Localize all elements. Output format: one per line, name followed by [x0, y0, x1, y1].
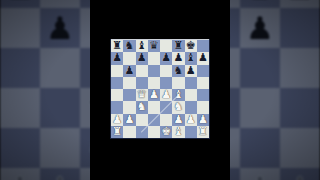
white-rook-piece: ♜ [198, 126, 208, 138]
square-e1[interactable]: ♚ [160, 126, 172, 138]
black-pawn-piece: ♟ [112, 52, 122, 64]
square-b4 [40, 88, 80, 128]
white-king-piece: ♚ [161, 126, 171, 138]
square-b4[interactable] [123, 89, 135, 101]
square-g5 [240, 48, 280, 88]
white-pawn-piece: ♟ [124, 114, 134, 126]
square-d1[interactable] [148, 126, 160, 138]
square-a5 [0, 48, 40, 88]
square-a7: ♟ [0, 0, 40, 8]
square-d4[interactable]: ♟ [148, 89, 160, 101]
square-g2[interactable]: ♟ [185, 114, 197, 126]
square-f2[interactable]: ♟ [172, 114, 184, 126]
black-pawn-piece: ♟ [46, 8, 74, 48]
square-b3 [40, 128, 80, 168]
black-bishop-piece: ♝ [246, 0, 274, 8]
square-c2[interactable] [136, 114, 148, 126]
square-d6[interactable] [148, 65, 160, 77]
square-a4[interactable] [111, 89, 123, 101]
square-b7 [40, 0, 80, 8]
square-a3 [0, 128, 40, 168]
white-pawn-piece: ♟ [112, 114, 122, 126]
black-queen-piece: ♛ [149, 40, 159, 52]
black-pawn-piece: ♟ [124, 65, 134, 77]
white-pawn-piece: ♟ [286, 168, 314, 180]
white-pawn-piece: ♟ [149, 89, 159, 101]
square-h1[interactable]: ♜ [197, 126, 209, 138]
square-e6[interactable] [160, 65, 172, 77]
square-d7[interactable] [148, 52, 160, 64]
square-b2[interactable]: ♟ [123, 114, 135, 126]
square-g3 [240, 128, 280, 168]
square-c7[interactable]: ♟ [136, 52, 148, 64]
black-bishop-piece: ♝ [186, 52, 196, 64]
square-a6 [0, 8, 40, 48]
white-pawn-piece: ♟ [6, 168, 34, 180]
white-pawn-piece: ♟ [46, 168, 74, 180]
square-h6[interactable] [197, 65, 209, 77]
square-f6[interactable]: ♞ [172, 65, 184, 77]
square-h7: ♟ [280, 0, 320, 8]
white-pawn-piece: ♟ [246, 168, 274, 180]
square-e7[interactable]: ♟ [160, 52, 172, 64]
white-knight-piece: ♞ [173, 101, 183, 113]
square-h5[interactable] [197, 77, 209, 89]
square-h2: ♟ [280, 168, 320, 180]
square-a7[interactable]: ♟ [111, 52, 123, 64]
square-h4 [280, 88, 320, 128]
white-knight-piece: ♞ [137, 101, 147, 113]
black-pawn-piece: ♟ [137, 52, 147, 64]
white-pawn-piece: ♟ [173, 114, 183, 126]
square-g1[interactable] [185, 126, 197, 138]
square-b5[interactable] [123, 77, 135, 89]
square-a3[interactable] [111, 101, 123, 113]
square-e2[interactable] [160, 114, 172, 126]
square-a4 [0, 88, 40, 128]
square-a6[interactable] [111, 65, 123, 77]
square-h3 [280, 128, 320, 168]
square-g4 [240, 88, 280, 128]
square-h4[interactable] [197, 89, 209, 101]
white-pawn-piece: ♟ [161, 89, 171, 101]
square-f1[interactable]: ♝ [172, 126, 184, 138]
square-g7: ♝ [240, 0, 280, 8]
black-pawn-piece: ♟ [198, 52, 208, 64]
white-rook-piece: ♜ [112, 126, 122, 138]
square-g6[interactable]: ♟ [185, 65, 197, 77]
square-g2: ♟ [240, 168, 280, 180]
square-h7[interactable]: ♟ [197, 52, 209, 64]
chess-board: ♜♞♝♛♜♚♟♟♟♟♝♟♟♞♟♛♟♟♝♞♞♟♟♟♟♟♜♚♝♜ [111, 40, 209, 138]
square-d2[interactable] [148, 114, 160, 126]
square-g3[interactable] [185, 101, 197, 113]
square-g4[interactable] [185, 89, 197, 101]
white-pawn-piece: ♟ [186, 114, 196, 126]
square-b6: ♟ [40, 8, 80, 48]
black-pawn-piece: ♟ [246, 8, 274, 48]
square-a2: ♟ [0, 168, 40, 180]
video-frame: ♜♞♝♛♜♚♟♟♟♟♝♟♟♞♟♛♟♟♝♞♞♟♟♟♟♟♜♚♝♜ ♜♞♝♛♜♚♟♟♟… [0, 0, 320, 180]
square-d3[interactable] [148, 101, 160, 113]
square-b7[interactable] [123, 52, 135, 64]
square-a2[interactable]: ♟ [111, 114, 123, 126]
black-knight-piece: ♞ [173, 65, 183, 77]
square-f3[interactable]: ♞ [172, 101, 184, 113]
square-b8[interactable]: ♞ [123, 40, 135, 52]
square-h5 [280, 48, 320, 88]
square-b5 [40, 48, 80, 88]
square-c3[interactable]: ♞ [136, 101, 148, 113]
black-knight-piece: ♞ [124, 40, 134, 52]
white-pawn-piece: ♟ [198, 114, 208, 126]
square-b6[interactable]: ♟ [123, 65, 135, 77]
square-a1[interactable]: ♜ [111, 126, 123, 138]
square-e3[interactable] [160, 101, 172, 113]
black-pawn-piece: ♟ [173, 52, 183, 64]
square-h3[interactable] [197, 101, 209, 113]
square-e4[interactable]: ♟ [160, 89, 172, 101]
square-b1[interactable] [123, 126, 135, 138]
square-c1[interactable] [136, 126, 148, 138]
square-f7[interactable]: ♟ [172, 52, 184, 64]
square-b3[interactable] [123, 101, 135, 113]
square-h2[interactable]: ♟ [197, 114, 209, 126]
square-g7[interactable]: ♝ [185, 52, 197, 64]
white-bishop-piece: ♝ [173, 126, 183, 138]
square-c6[interactable] [136, 65, 148, 77]
square-g6: ♟ [240, 8, 280, 48]
square-a5[interactable] [111, 77, 123, 89]
square-g5[interactable] [185, 77, 197, 89]
black-pawn-piece: ♟ [286, 0, 314, 8]
black-pawn-piece: ♟ [186, 65, 196, 77]
black-pawn-piece: ♟ [161, 52, 171, 64]
square-h6 [280, 8, 320, 48]
square-b2: ♟ [40, 168, 80, 180]
square-d8[interactable]: ♛ [148, 40, 160, 52]
black-pawn-piece: ♟ [6, 0, 34, 8]
